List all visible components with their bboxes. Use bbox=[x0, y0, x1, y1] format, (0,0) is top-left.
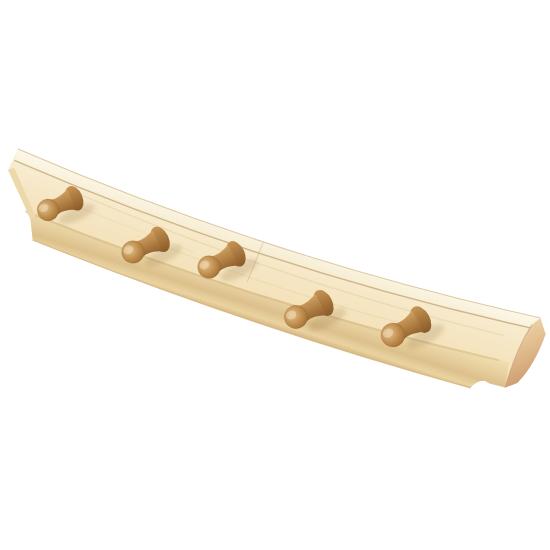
product-photo bbox=[0, 0, 550, 550]
coat-rack-illustration bbox=[0, 0, 550, 550]
